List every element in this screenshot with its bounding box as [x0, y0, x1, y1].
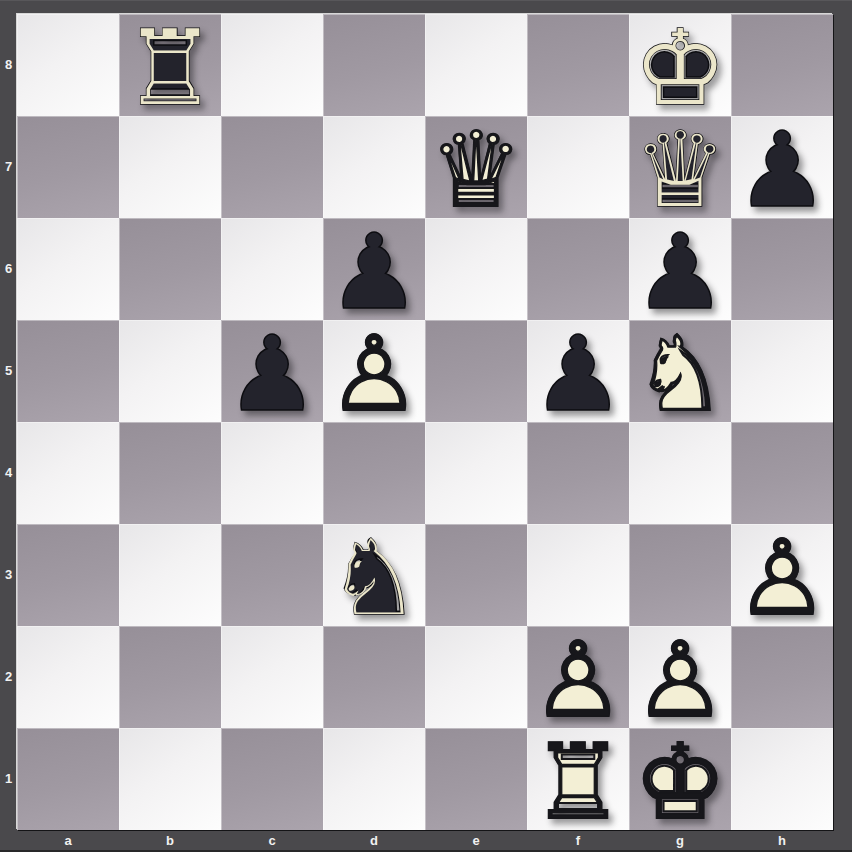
- white-knight[interactable]: ♞♘: [629, 320, 731, 422]
- square-e5[interactable]: [425, 320, 527, 422]
- square-d6[interactable]: ♟: [323, 218, 425, 320]
- square-b5[interactable]: [119, 320, 221, 422]
- file-label-e: e: [425, 831, 527, 852]
- file-label-h: h: [731, 831, 833, 852]
- rank-label-6: 6: [0, 218, 17, 320]
- square-g3[interactable]: [629, 524, 731, 626]
- white-king-detail: ♔: [633, 730, 726, 834]
- black-pawn-glyph: ♟: [327, 220, 420, 324]
- square-e6[interactable]: [425, 218, 527, 320]
- square-h2[interactable]: [731, 626, 833, 728]
- black-rook-detail: ♖: [123, 16, 216, 120]
- black-pawn[interactable]: ♟: [323, 218, 425, 320]
- square-c3[interactable]: [221, 524, 323, 626]
- white-pawn-detail: ♙: [531, 628, 624, 732]
- file-label-a: a: [17, 831, 119, 852]
- rank-label-2: 2: [0, 626, 17, 728]
- black-pawn[interactable]: ♟: [221, 320, 323, 422]
- square-f4[interactable]: [527, 422, 629, 524]
- white-pawn-detail: ♙: [633, 628, 726, 732]
- square-d5[interactable]: ♟♙: [323, 320, 425, 422]
- square-h5[interactable]: [731, 320, 833, 422]
- square-c8[interactable]: [221, 14, 323, 116]
- square-d1[interactable]: [323, 728, 425, 830]
- square-f6[interactable]: [527, 218, 629, 320]
- file-label-d: d: [323, 831, 425, 852]
- square-a3[interactable]: [17, 524, 119, 626]
- file-labels: abcdefgh: [17, 831, 833, 852]
- square-c5[interactable]: ♟: [221, 320, 323, 422]
- square-h7[interactable]: ♟: [731, 116, 833, 218]
- white-queen-detail: ♕: [429, 118, 522, 222]
- square-e7[interactable]: ♛♕: [425, 116, 527, 218]
- rank-label-5: 5: [0, 320, 17, 422]
- square-c6[interactable]: [221, 218, 323, 320]
- black-queen-detail: ♕: [633, 118, 726, 222]
- square-e8[interactable]: [425, 14, 527, 116]
- square-h1[interactable]: [731, 728, 833, 830]
- square-h8[interactable]: [731, 14, 833, 116]
- square-e2[interactable]: [425, 626, 527, 728]
- square-b2[interactable]: [119, 626, 221, 728]
- white-queen[interactable]: ♛♕: [425, 116, 527, 218]
- rank-labels: 87654321: [0, 14, 17, 830]
- square-g6[interactable]: ♟: [629, 218, 731, 320]
- black-pawn-glyph: ♟: [735, 118, 828, 222]
- file-label-c: c: [221, 831, 323, 852]
- file-label-g: g: [629, 831, 731, 852]
- chess-board: ♜♖♚♔♛♕♛♕♟♟♟♟♟♙♟♞♘♞♘♟♙♟♙♟♙♜♖♚♔: [17, 14, 833, 830]
- white-knight-detail: ♘: [633, 322, 726, 426]
- board-frame: ♜♖♚♔♛♕♛♕♟♟♟♟♟♙♟♞♘♞♘♟♙♟♙♟♙♜♖♚♔ 87654321 a…: [0, 0, 852, 852]
- square-c7[interactable]: [221, 116, 323, 218]
- white-king[interactable]: ♚♔: [629, 728, 731, 830]
- square-g8[interactable]: ♚♔: [629, 14, 731, 116]
- square-f3[interactable]: [527, 524, 629, 626]
- square-e1[interactable]: [425, 728, 527, 830]
- square-a2[interactable]: [17, 626, 119, 728]
- black-knight-detail: ♘: [327, 526, 420, 630]
- white-pawn[interactable]: ♟♙: [527, 626, 629, 728]
- black-pawn-glyph: ♟: [633, 220, 726, 324]
- square-f7[interactable]: [527, 116, 629, 218]
- square-b1[interactable]: [119, 728, 221, 830]
- file-label-f: f: [527, 831, 629, 852]
- square-b3[interactable]: [119, 524, 221, 626]
- rank-label-3: 3: [0, 524, 17, 626]
- square-d8[interactable]: [323, 14, 425, 116]
- square-f2[interactable]: ♟♙: [527, 626, 629, 728]
- white-pawn[interactable]: ♟♙: [731, 524, 833, 626]
- square-d2[interactable]: [323, 626, 425, 728]
- square-f8[interactable]: [527, 14, 629, 116]
- square-f5[interactable]: ♟: [527, 320, 629, 422]
- black-knight[interactable]: ♞♘: [323, 524, 425, 626]
- black-queen[interactable]: ♛♕: [629, 116, 731, 218]
- rank-label-4: 4: [0, 422, 17, 524]
- square-b8[interactable]: ♜♖: [119, 14, 221, 116]
- white-pawn[interactable]: ♟♙: [323, 320, 425, 422]
- square-c1[interactable]: [221, 728, 323, 830]
- rank-label-7: 7: [0, 116, 17, 218]
- black-king-detail: ♔: [633, 16, 726, 120]
- square-g5[interactable]: ♞♘: [629, 320, 731, 422]
- rank-label-8: 8: [0, 14, 17, 116]
- square-h6[interactable]: [731, 218, 833, 320]
- square-c4[interactable]: [221, 422, 323, 524]
- black-pawn-glyph: ♟: [225, 322, 318, 426]
- square-a5[interactable]: [17, 320, 119, 422]
- square-c2[interactable]: [221, 626, 323, 728]
- black-king[interactable]: ♚♔: [629, 14, 731, 116]
- square-g2[interactable]: ♟♙: [629, 626, 731, 728]
- square-a4[interactable]: [17, 422, 119, 524]
- white-pawn-detail: ♙: [327, 322, 420, 426]
- square-a8[interactable]: [17, 14, 119, 116]
- white-rook[interactable]: ♜♖: [527, 728, 629, 830]
- rank-label-1: 1: [0, 728, 17, 830]
- square-g7[interactable]: ♛♕: [629, 116, 731, 218]
- black-pawn-glyph: ♟: [531, 322, 624, 426]
- white-rook-detail: ♖: [531, 730, 624, 834]
- square-h4[interactable]: [731, 422, 833, 524]
- white-pawn[interactable]: ♟♙: [629, 626, 731, 728]
- square-g4[interactable]: [629, 422, 731, 524]
- black-pawn[interactable]: ♟: [527, 320, 629, 422]
- square-a1[interactable]: [17, 728, 119, 830]
- black-pawn[interactable]: ♟: [629, 218, 731, 320]
- white-pawn-detail: ♙: [735, 526, 828, 630]
- square-d3[interactable]: ♞♘: [323, 524, 425, 626]
- square-e4[interactable]: [425, 422, 527, 524]
- square-g1[interactable]: ♚♔: [629, 728, 731, 830]
- black-pawn[interactable]: ♟: [731, 116, 833, 218]
- square-b7[interactable]: [119, 116, 221, 218]
- file-label-b: b: [119, 831, 221, 852]
- square-e3[interactable]: [425, 524, 527, 626]
- black-rook[interactable]: ♜♖: [119, 14, 221, 116]
- square-a6[interactable]: [17, 218, 119, 320]
- square-a7[interactable]: [17, 116, 119, 218]
- square-b6[interactable]: [119, 218, 221, 320]
- square-h3[interactable]: ♟♙: [731, 524, 833, 626]
- square-d4[interactable]: [323, 422, 425, 524]
- square-d7[interactable]: [323, 116, 425, 218]
- square-f1[interactable]: ♜♖: [527, 728, 629, 830]
- square-b4[interactable]: [119, 422, 221, 524]
